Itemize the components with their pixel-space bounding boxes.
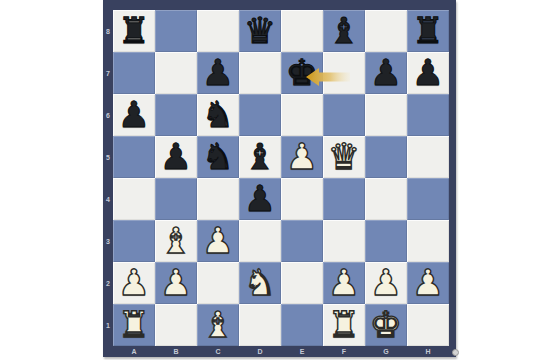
board-corner-handle[interactable] xyxy=(452,349,459,356)
file-label-a: A xyxy=(113,346,155,357)
square-c5[interactable]: ♞ xyxy=(197,136,239,178)
board-grid: ♜♛♝♜♟♚♟♟♟♞♟♞♝♟♛♟♝♟♟♟♞♟♟♟♜♝♜♚ xyxy=(113,10,449,346)
square-e5[interactable]: ♟ xyxy=(281,136,323,178)
rank-label-6: 6 xyxy=(103,94,113,136)
piece-white-queen[interactable]: ♛ xyxy=(328,136,360,178)
piece-black-queen[interactable]: ♛ xyxy=(244,10,276,52)
square-h7[interactable]: ♟ xyxy=(407,52,449,94)
square-b3[interactable]: ♝ xyxy=(155,220,197,262)
square-d5[interactable]: ♝ xyxy=(239,136,281,178)
square-g1[interactable]: ♚ xyxy=(365,304,407,346)
piece-white-pawn[interactable]: ♟ xyxy=(328,262,360,304)
file-label-f: F xyxy=(323,346,365,357)
piece-white-bishop[interactable]: ♝ xyxy=(202,304,234,346)
square-g4[interactable] xyxy=(365,178,407,220)
piece-black-pawn[interactable]: ♟ xyxy=(160,136,192,178)
square-d3[interactable] xyxy=(239,220,281,262)
square-c8[interactable] xyxy=(197,10,239,52)
square-d8[interactable]: ♛ xyxy=(239,10,281,52)
square-e7[interactable]: ♚ xyxy=(281,52,323,94)
square-f2[interactable]: ♟ xyxy=(323,262,365,304)
square-d2[interactable]: ♞ xyxy=(239,262,281,304)
square-e2[interactable] xyxy=(281,262,323,304)
square-a2[interactable]: ♟ xyxy=(113,262,155,304)
piece-black-pawn[interactable]: ♟ xyxy=(244,178,276,220)
piece-black-pawn[interactable]: ♟ xyxy=(370,52,402,94)
square-f4[interactable] xyxy=(323,178,365,220)
square-b1[interactable] xyxy=(155,304,197,346)
square-e4[interactable] xyxy=(281,178,323,220)
piece-white-king[interactable]: ♚ xyxy=(370,304,402,346)
piece-white-rook[interactable]: ♜ xyxy=(118,304,150,346)
square-g3[interactable] xyxy=(365,220,407,262)
square-f7[interactable] xyxy=(323,52,365,94)
square-c2[interactable] xyxy=(197,262,239,304)
square-g2[interactable]: ♟ xyxy=(365,262,407,304)
file-label-c: C xyxy=(197,346,239,357)
square-c7[interactable]: ♟ xyxy=(197,52,239,94)
rank-label-4: 4 xyxy=(103,178,113,220)
file-label-d: D xyxy=(239,346,281,357)
square-h8[interactable]: ♜ xyxy=(407,10,449,52)
square-c6[interactable]: ♞ xyxy=(197,94,239,136)
piece-black-king[interactable]: ♚ xyxy=(286,52,318,94)
file-label-e: E xyxy=(281,346,323,357)
piece-white-pawn[interactable]: ♟ xyxy=(286,136,318,178)
square-a7[interactable] xyxy=(113,52,155,94)
piece-black-rook[interactable]: ♜ xyxy=(412,10,444,52)
piece-black-knight[interactable]: ♞ xyxy=(202,136,234,178)
square-a4[interactable] xyxy=(113,178,155,220)
rank-label-3: 3 xyxy=(103,220,113,262)
piece-black-bishop[interactable]: ♝ xyxy=(244,136,276,178)
square-e8[interactable] xyxy=(281,10,323,52)
square-a3[interactable] xyxy=(113,220,155,262)
piece-white-pawn[interactable]: ♟ xyxy=(160,262,192,304)
rank-label-2: 2 xyxy=(103,262,113,304)
piece-black-pawn[interactable]: ♟ xyxy=(118,94,150,136)
square-e6[interactable] xyxy=(281,94,323,136)
square-h1[interactable] xyxy=(407,304,449,346)
piece-white-pawn[interactable]: ♟ xyxy=(118,262,150,304)
piece-white-knight[interactable]: ♞ xyxy=(244,262,276,304)
piece-black-pawn[interactable]: ♟ xyxy=(202,52,234,94)
rank-label-1: 1 xyxy=(103,304,113,346)
square-a8[interactable]: ♜ xyxy=(113,10,155,52)
square-b2[interactable]: ♟ xyxy=(155,262,197,304)
rank-label-8: 8 xyxy=(103,10,113,52)
square-b5[interactable]: ♟ xyxy=(155,136,197,178)
rank-label-7: 7 xyxy=(103,52,113,94)
square-e3[interactable] xyxy=(281,220,323,262)
chess-board: ♜♛♝♜♟♚♟♟♟♞♟♞♝♟♛♟♝♟♟♟♞♟♟♟♜♝♜♚ 87654321ABC… xyxy=(103,0,456,357)
square-c1[interactable]: ♝ xyxy=(197,304,239,346)
square-c4[interactable] xyxy=(197,178,239,220)
square-b4[interactable] xyxy=(155,178,197,220)
square-c3[interactable]: ♟ xyxy=(197,220,239,262)
square-e1[interactable] xyxy=(281,304,323,346)
square-g6[interactable] xyxy=(365,94,407,136)
square-g7[interactable]: ♟ xyxy=(365,52,407,94)
piece-black-pawn[interactable]: ♟ xyxy=(412,52,444,94)
square-b8[interactable] xyxy=(155,10,197,52)
square-g5[interactable] xyxy=(365,136,407,178)
square-d7[interactable] xyxy=(239,52,281,94)
square-f3[interactable] xyxy=(323,220,365,262)
piece-white-pawn[interactable]: ♟ xyxy=(202,220,234,262)
square-h5[interactable] xyxy=(407,136,449,178)
square-h3[interactable] xyxy=(407,220,449,262)
square-a1[interactable]: ♜ xyxy=(113,304,155,346)
piece-white-pawn[interactable]: ♟ xyxy=(412,262,444,304)
square-f6[interactable] xyxy=(323,94,365,136)
square-a5[interactable] xyxy=(113,136,155,178)
file-label-g: G xyxy=(365,346,407,357)
piece-white-pawn[interactable]: ♟ xyxy=(370,262,402,304)
square-b6[interactable] xyxy=(155,94,197,136)
square-f1[interactable]: ♜ xyxy=(323,304,365,346)
square-d1[interactable] xyxy=(239,304,281,346)
square-h2[interactable]: ♟ xyxy=(407,262,449,304)
piece-black-knight[interactable]: ♞ xyxy=(202,94,234,136)
piece-black-bishop[interactable]: ♝ xyxy=(328,10,360,52)
piece-black-rook[interactable]: ♜ xyxy=(118,10,150,52)
piece-white-bishop[interactable]: ♝ xyxy=(160,220,192,262)
square-a6[interactable]: ♟ xyxy=(113,94,155,136)
page: ♜♛♝♜♟♚♟♟♟♞♟♞♝♟♛♟♝♟♟♟♞♟♟♟♜♝♜♚ 87654321ABC… xyxy=(0,0,540,360)
file-label-h: H xyxy=(407,346,449,357)
rank-label-5: 5 xyxy=(103,136,113,178)
file-label-b: B xyxy=(155,346,197,357)
square-d6[interactable] xyxy=(239,94,281,136)
square-f8[interactable]: ♝ xyxy=(323,10,365,52)
square-g8[interactable] xyxy=(365,10,407,52)
square-b7[interactable] xyxy=(155,52,197,94)
square-d4[interactable]: ♟ xyxy=(239,178,281,220)
square-h4[interactable] xyxy=(407,178,449,220)
square-h6[interactable] xyxy=(407,94,449,136)
piece-white-rook[interactable]: ♜ xyxy=(328,304,360,346)
square-f5[interactable]: ♛ xyxy=(323,136,365,178)
